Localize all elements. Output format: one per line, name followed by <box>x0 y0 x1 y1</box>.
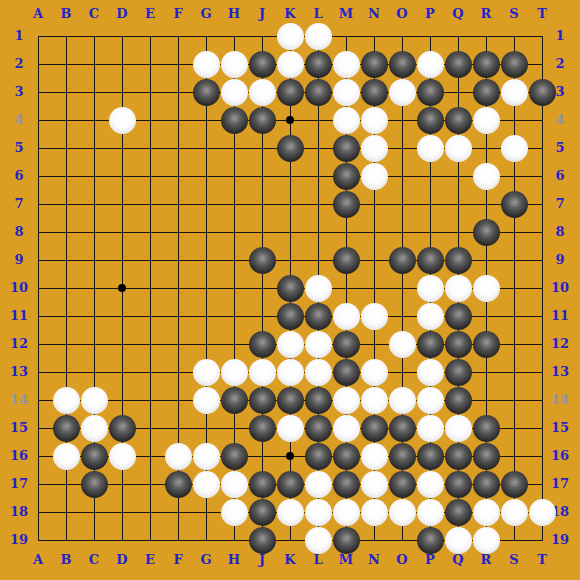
black-stone-M13[interactable] <box>333 359 360 386</box>
black-stone-R12[interactable] <box>473 331 500 358</box>
white-stone-L12[interactable] <box>305 331 332 358</box>
black-stone-K5[interactable] <box>277 135 304 162</box>
black-stone-H14[interactable] <box>221 387 248 414</box>
white-stone-P10[interactable] <box>417 275 444 302</box>
white-stone-G2[interactable] <box>193 51 220 78</box>
row-label-left-5: 5 <box>4 140 34 156</box>
white-stone-P13[interactable] <box>417 359 444 386</box>
white-stone-M15[interactable] <box>333 415 360 442</box>
white-stone-M2[interactable] <box>333 51 360 78</box>
black-stone-R17[interactable] <box>473 471 500 498</box>
row-label-left-8: 8 <box>4 224 34 240</box>
white-stone-N11[interactable] <box>361 303 388 330</box>
white-stone-S5[interactable] <box>501 135 528 162</box>
black-stone-Q4[interactable] <box>445 107 472 134</box>
black-stone-P4[interactable] <box>417 107 444 134</box>
white-stone-N18[interactable] <box>361 499 388 526</box>
column-label-bottom-A: A <box>27 552 49 568</box>
column-label-top-L: L <box>307 6 329 22</box>
black-stone-M7[interactable] <box>333 191 360 218</box>
column-label-bottom-E: E <box>139 552 161 568</box>
black-stone-L3[interactable] <box>305 79 332 106</box>
row-label-right-4: 4 <box>544 112 576 128</box>
white-stone-L17[interactable] <box>305 471 332 498</box>
black-stone-H16[interactable] <box>221 443 248 470</box>
black-stone-R15[interactable] <box>473 415 500 442</box>
white-stone-Q10[interactable] <box>445 275 472 302</box>
black-stone-P16[interactable] <box>417 443 444 470</box>
black-stone-J4[interactable] <box>249 107 276 134</box>
white-stone-Q5[interactable] <box>445 135 472 162</box>
white-stone-R10[interactable] <box>473 275 500 302</box>
column-label-top-H: H <box>223 6 245 22</box>
white-stone-O18[interactable] <box>389 499 416 526</box>
star-point-K16 <box>286 452 294 460</box>
column-label-bottom-C: C <box>83 552 105 568</box>
black-stone-C17[interactable] <box>81 471 108 498</box>
white-stone-N16[interactable] <box>361 443 388 470</box>
black-stone-R2[interactable] <box>473 51 500 78</box>
black-stone-R16[interactable] <box>473 443 500 470</box>
row-label-left-2: 2 <box>4 56 34 72</box>
black-stone-D15[interactable] <box>109 415 136 442</box>
row-label-right-7: 7 <box>544 196 576 212</box>
black-stone-T3[interactable] <box>529 79 556 106</box>
white-stone-M11[interactable] <box>333 303 360 330</box>
column-label-bottom-N: N <box>363 552 385 568</box>
column-label-bottom-Q: Q <box>447 552 469 568</box>
white-stone-O12[interactable] <box>389 331 416 358</box>
column-label-bottom-S: S <box>503 552 525 568</box>
black-stone-O2[interactable] <box>389 51 416 78</box>
black-stone-M16[interactable] <box>333 443 360 470</box>
black-stone-Q17[interactable] <box>445 471 472 498</box>
row-label-right-16: 16 <box>544 448 576 464</box>
white-stone-M4[interactable] <box>333 107 360 134</box>
black-stone-K11[interactable] <box>277 303 304 330</box>
column-label-bottom-R: R <box>475 552 497 568</box>
white-stone-N14[interactable] <box>361 387 388 414</box>
column-label-top-A: A <box>27 6 49 22</box>
row-label-right-10: 10 <box>544 280 576 296</box>
white-stone-M18[interactable] <box>333 499 360 526</box>
white-stone-J3[interactable] <box>249 79 276 106</box>
row-label-left-13: 13 <box>4 364 34 380</box>
black-stone-G3[interactable] <box>193 79 220 106</box>
grid-line-vertical <box>542 36 543 541</box>
row-label-right-14: 14 <box>544 392 576 408</box>
white-stone-T18[interactable] <box>529 499 556 526</box>
white-stone-G16[interactable] <box>193 443 220 470</box>
white-stone-O3[interactable] <box>389 79 416 106</box>
row-label-left-9: 9 <box>4 252 34 268</box>
column-label-top-O: O <box>391 6 413 22</box>
white-stone-C14[interactable] <box>81 387 108 414</box>
black-stone-O16[interactable] <box>389 443 416 470</box>
column-label-top-J: J <box>251 6 273 22</box>
black-stone-N2[interactable] <box>361 51 388 78</box>
white-stone-B16[interactable] <box>53 443 80 470</box>
column-label-top-T: T <box>531 6 553 22</box>
black-stone-O17[interactable] <box>389 471 416 498</box>
go-board[interactable]: AABBCCDDEEFFGGHHJJKKLLMMNNOOPPQQRRSSTT11… <box>0 0 580 580</box>
column-label-bottom-F: F <box>167 552 189 568</box>
black-stone-K17[interactable] <box>277 471 304 498</box>
column-label-top-D: D <box>111 6 133 22</box>
row-label-right-19: 19 <box>544 532 576 548</box>
white-stone-K13[interactable] <box>277 359 304 386</box>
black-stone-R3[interactable] <box>473 79 500 106</box>
row-label-left-15: 15 <box>4 420 34 436</box>
black-stone-M19[interactable] <box>333 527 360 554</box>
black-stone-J18[interactable] <box>249 499 276 526</box>
black-stone-K14[interactable] <box>277 387 304 414</box>
column-label-bottom-K: K <box>279 552 301 568</box>
white-stone-G14[interactable] <box>193 387 220 414</box>
white-stone-R19[interactable] <box>473 527 500 554</box>
row-label-right-11: 11 <box>544 308 576 324</box>
black-stone-Q9[interactable] <box>445 247 472 274</box>
white-stone-L19[interactable] <box>305 527 332 554</box>
black-stone-N3[interactable] <box>361 79 388 106</box>
column-label-top-K: K <box>279 6 301 22</box>
white-stone-L1[interactable] <box>305 23 332 50</box>
black-stone-N15[interactable] <box>361 415 388 442</box>
row-label-right-17: 17 <box>544 476 576 492</box>
black-stone-P9[interactable] <box>417 247 444 274</box>
column-label-bottom-D: D <box>111 552 133 568</box>
row-label-left-12: 12 <box>4 336 34 352</box>
white-stone-O14[interactable] <box>389 387 416 414</box>
white-stone-R18[interactable] <box>473 499 500 526</box>
black-stone-L2[interactable] <box>305 51 332 78</box>
white-stone-N5[interactable] <box>361 135 388 162</box>
black-stone-B15[interactable] <box>53 415 80 442</box>
white-stone-F16[interactable] <box>165 443 192 470</box>
column-label-bottom-T: T <box>531 552 553 568</box>
white-stone-G17[interactable] <box>193 471 220 498</box>
column-label-top-S: S <box>503 6 525 22</box>
black-stone-Q16[interactable] <box>445 443 472 470</box>
white-stone-H18[interactable] <box>221 499 248 526</box>
white-stone-K1[interactable] <box>277 23 304 50</box>
black-stone-J9[interactable] <box>249 247 276 274</box>
white-stone-P11[interactable] <box>417 303 444 330</box>
row-label-left-10: 10 <box>4 280 34 296</box>
black-stone-M5[interactable] <box>333 135 360 162</box>
black-stone-L15[interactable] <box>305 415 332 442</box>
white-stone-K2[interactable] <box>277 51 304 78</box>
black-stone-J2[interactable] <box>249 51 276 78</box>
black-stone-M12[interactable] <box>333 331 360 358</box>
white-stone-K15[interactable] <box>277 415 304 442</box>
black-stone-J12[interactable] <box>249 331 276 358</box>
column-label-bottom-B: B <box>55 552 77 568</box>
row-label-left-19: 19 <box>4 532 34 548</box>
column-label-top-F: F <box>167 6 189 22</box>
white-stone-G13[interactable] <box>193 359 220 386</box>
black-stone-S17[interactable] <box>501 471 528 498</box>
white-stone-N13[interactable] <box>361 359 388 386</box>
black-stone-C16[interactable] <box>81 443 108 470</box>
white-stone-L10[interactable] <box>305 275 332 302</box>
black-stone-M17[interactable] <box>333 471 360 498</box>
column-label-bottom-L: L <box>307 552 329 568</box>
black-stone-Q11[interactable] <box>445 303 472 330</box>
row-label-left-18: 18 <box>4 504 34 520</box>
black-stone-Q13[interactable] <box>445 359 472 386</box>
column-label-top-N: N <box>363 6 385 22</box>
white-stone-P14[interactable] <box>417 387 444 414</box>
column-label-top-R: R <box>475 6 497 22</box>
row-label-left-11: 11 <box>4 308 34 324</box>
white-stone-H17[interactable] <box>221 471 248 498</box>
row-label-right-2: 2 <box>544 56 576 72</box>
white-stone-D4[interactable] <box>109 107 136 134</box>
column-label-top-Q: Q <box>447 6 469 22</box>
black-stone-L16[interactable] <box>305 443 332 470</box>
black-stone-J15[interactable] <box>249 415 276 442</box>
white-stone-L18[interactable] <box>305 499 332 526</box>
column-label-bottom-P: P <box>419 552 441 568</box>
black-stone-P19[interactable] <box>417 527 444 554</box>
black-stone-M9[interactable] <box>333 247 360 274</box>
row-label-left-1: 1 <box>4 28 34 44</box>
black-stone-K3[interactable] <box>277 79 304 106</box>
black-stone-P12[interactable] <box>417 331 444 358</box>
row-label-left-7: 7 <box>4 196 34 212</box>
white-stone-K12[interactable] <box>277 331 304 358</box>
black-stone-M6[interactable] <box>333 163 360 190</box>
column-label-top-M: M <box>335 6 357 22</box>
black-stone-F17[interactable] <box>165 471 192 498</box>
white-stone-D16[interactable] <box>109 443 136 470</box>
black-stone-Q2[interactable] <box>445 51 472 78</box>
white-stone-H3[interactable] <box>221 79 248 106</box>
row-label-left-14: 14 <box>4 392 34 408</box>
column-label-bottom-G: G <box>195 552 217 568</box>
black-stone-Q18[interactable] <box>445 499 472 526</box>
grid-line-vertical <box>514 36 515 541</box>
white-stone-B14[interactable] <box>53 387 80 414</box>
white-stone-L13[interactable] <box>305 359 332 386</box>
column-label-bottom-H: H <box>223 552 245 568</box>
white-stone-P5[interactable] <box>417 135 444 162</box>
white-stone-P18[interactable] <box>417 499 444 526</box>
black-stone-R8[interactable] <box>473 219 500 246</box>
white-stone-M14[interactable] <box>333 387 360 414</box>
black-stone-S2[interactable] <box>501 51 528 78</box>
row-label-left-17: 17 <box>4 476 34 492</box>
black-stone-L11[interactable] <box>305 303 332 330</box>
black-stone-J19[interactable] <box>249 527 276 554</box>
row-label-left-16: 16 <box>4 448 34 464</box>
row-label-right-5: 5 <box>544 140 576 156</box>
white-stone-R4[interactable] <box>473 107 500 134</box>
black-stone-H4[interactable] <box>221 107 248 134</box>
column-label-top-C: C <box>83 6 105 22</box>
black-stone-J14[interactable] <box>249 387 276 414</box>
white-stone-S3[interactable] <box>501 79 528 106</box>
white-stone-C15[interactable] <box>81 415 108 442</box>
white-stone-H13[interactable] <box>221 359 248 386</box>
column-label-top-P: P <box>419 6 441 22</box>
black-stone-S7[interactable] <box>501 191 528 218</box>
white-stone-H2[interactable] <box>221 51 248 78</box>
white-stone-S18[interactable] <box>501 499 528 526</box>
row-label-right-8: 8 <box>544 224 576 240</box>
white-stone-P15[interactable] <box>417 415 444 442</box>
row-label-right-6: 6 <box>544 168 576 184</box>
column-label-top-B: B <box>55 6 77 22</box>
white-stone-K18[interactable] <box>277 499 304 526</box>
row-label-right-9: 9 <box>544 252 576 268</box>
black-stone-Q12[interactable] <box>445 331 472 358</box>
black-stone-L14[interactable] <box>305 387 332 414</box>
white-stone-J13[interactable] <box>249 359 276 386</box>
row-label-left-3: 3 <box>4 84 34 100</box>
column-label-bottom-M: M <box>335 552 357 568</box>
white-stone-Q15[interactable] <box>445 415 472 442</box>
black-stone-J17[interactable] <box>249 471 276 498</box>
star-point-K4 <box>286 116 294 124</box>
star-point-D10 <box>118 284 126 292</box>
column-label-bottom-J: J <box>251 552 273 568</box>
black-stone-O9[interactable] <box>389 247 416 274</box>
white-stone-M3[interactable] <box>333 79 360 106</box>
row-label-left-6: 6 <box>4 168 34 184</box>
row-label-right-13: 13 <box>544 364 576 380</box>
white-stone-N6[interactable] <box>361 163 388 190</box>
white-stone-N4[interactable] <box>361 107 388 134</box>
black-stone-Q14[interactable] <box>445 387 472 414</box>
column-label-bottom-O: O <box>391 552 413 568</box>
white-stone-R6[interactable] <box>473 163 500 190</box>
row-label-right-15: 15 <box>544 420 576 436</box>
row-label-right-1: 1 <box>544 28 576 44</box>
column-label-top-E: E <box>139 6 161 22</box>
white-stone-P17[interactable] <box>417 471 444 498</box>
white-stone-N17[interactable] <box>361 471 388 498</box>
white-stone-P2[interactable] <box>417 51 444 78</box>
black-stone-K10[interactable] <box>277 275 304 302</box>
column-label-top-G: G <box>195 6 217 22</box>
black-stone-P3[interactable] <box>417 79 444 106</box>
white-stone-Q19[interactable] <box>445 527 472 554</box>
row-label-left-4: 4 <box>4 112 34 128</box>
black-stone-O15[interactable] <box>389 415 416 442</box>
row-label-right-12: 12 <box>544 336 576 352</box>
